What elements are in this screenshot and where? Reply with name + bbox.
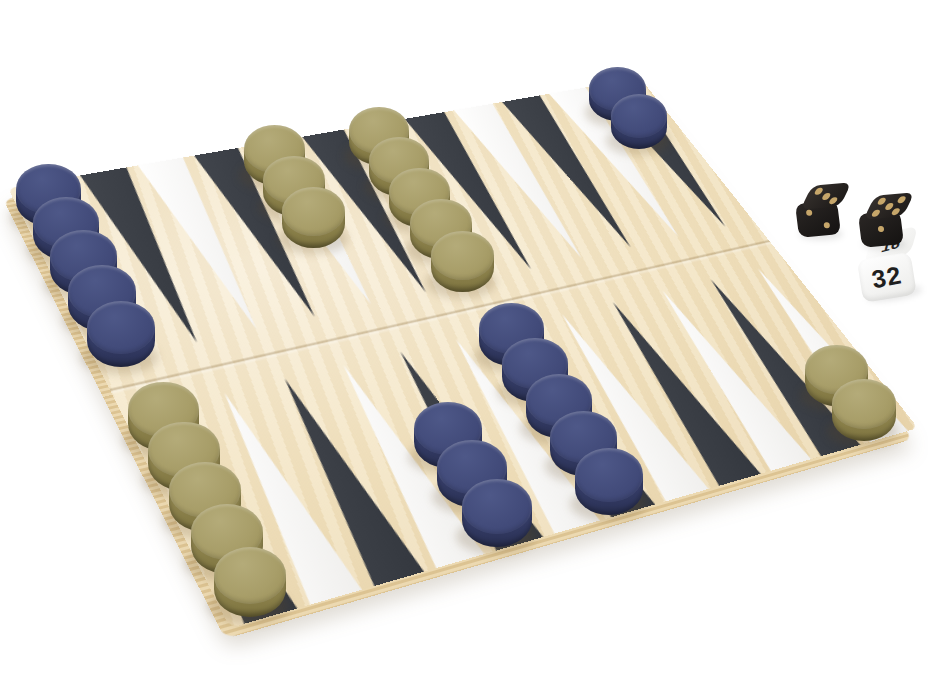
die-pip: [871, 209, 882, 217]
checker-navy-point-13[interactable]: [87, 301, 155, 367]
checker-top-face: [832, 379, 896, 429]
checker-top-face: [462, 479, 532, 534]
die-pip: [828, 197, 839, 205]
die-top-face: [863, 192, 914, 219]
die-2-showing-5[interactable]: [860, 194, 910, 252]
die-1-showing-3[interactable]: [797, 184, 847, 242]
die-top-face: [800, 182, 851, 209]
checker-top-face: [87, 301, 155, 354]
checker-top-face: [575, 448, 643, 501]
die-pip: [824, 222, 831, 228]
die-pip: [884, 202, 895, 210]
checker-gold-point-12[interactable]: [214, 547, 286, 617]
checker-navy-point-6[interactable]: [575, 448, 643, 514]
checker-gold-point-19[interactable]: [431, 231, 494, 292]
die-pip: [878, 226, 885, 232]
die-pip: [813, 187, 824, 195]
doubling-cube-value-32: 32: [869, 260, 904, 294]
die-pip: [891, 207, 902, 215]
die-pip: [896, 195, 907, 203]
checker-top-face: [214, 547, 286, 603]
checker-navy-point-8[interactable]: [462, 479, 532, 547]
die-pip: [805, 210, 812, 216]
checker-gold-point-1[interactable]: [832, 379, 896, 441]
checker-gold-point-17[interactable]: [282, 187, 345, 248]
checker-top-face: [431, 231, 494, 280]
backgammon-photo-scene: 16 32: [0, 0, 928, 686]
die-pip: [877, 197, 888, 205]
checker-navy-point-24[interactable]: [611, 94, 668, 149]
doubling-cube-front-face: 32: [857, 252, 917, 303]
